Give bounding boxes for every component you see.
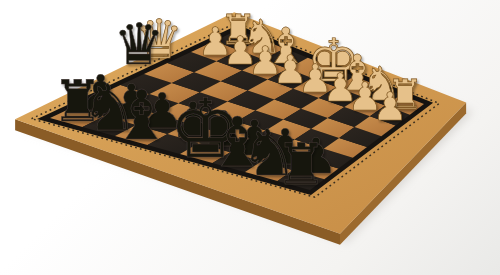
piece-white-pawn-h2[interactable]: ♟ xyxy=(373,84,408,129)
chess-set-product-photo: ♜♞♟♛♝♛♟♟♚♟♝♟♞♟♜♟♟♟♟♜♟♞♟♝♟♟♚♟♝♟♞♜ xyxy=(0,0,500,275)
piece-black-bishop-c8[interactable]: ♝ xyxy=(111,76,172,155)
chess-board: ♜♞♟♛♝♛♟♟♚♟♝♟♞♟♜♟♟♟♟♜♟♞♟♝♟♟♚♟♝♟♞♜ xyxy=(0,0,500,275)
piece-black-rook-h8[interactable]: ♜ xyxy=(276,131,327,197)
